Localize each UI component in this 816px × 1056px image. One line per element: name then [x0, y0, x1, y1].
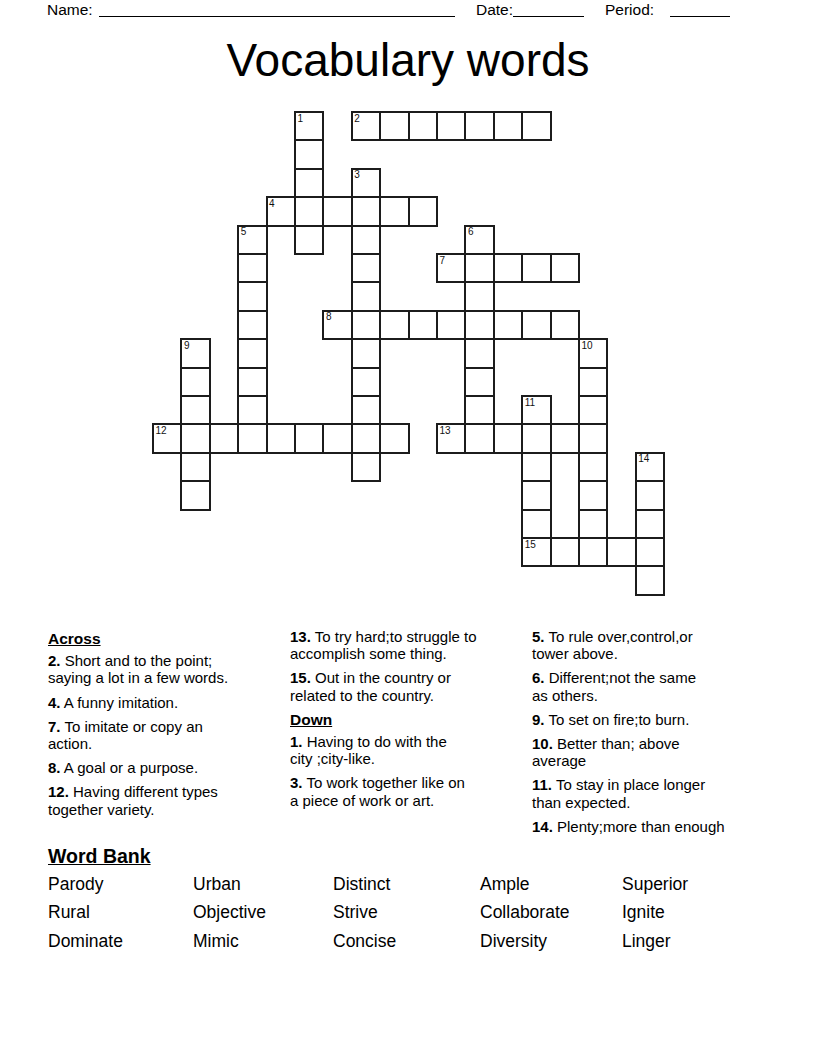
grid-cell-r0c13[interactable] — [521, 111, 551, 141]
clue-down-3: 3. To work together like on a piece of w… — [290, 774, 532, 808]
clues-column-down: 5. To rule over,control,or tower above.6… — [532, 628, 790, 842]
word-bank-distinct: Distinct — [333, 874, 480, 902]
grid-cell-r14c17[interactable] — [635, 509, 665, 539]
clue-text-6: Different;not the same as others. — [532, 669, 696, 703]
crossword-worksheet: { "game": "crossword", "header": { "name… — [0, 0, 816, 1056]
clue-label-1: 1. — [290, 733, 303, 750]
grid-cell-r11c2[interactable] — [209, 423, 239, 453]
grid-cell-r11c1[interactable] — [180, 423, 210, 453]
clue-label-14: 14. — [532, 818, 553, 835]
grid-cell-r0c9[interactable] — [408, 111, 438, 141]
clue-label-8: 8. — [48, 759, 61, 776]
grid-cell-r7c8[interactable] — [379, 310, 409, 340]
grid-cell-r12c13[interactable] — [521, 452, 551, 482]
name-field[interactable] — [99, 1, 455, 17]
grid-cell-r9c3[interactable] — [237, 367, 267, 397]
word-bank-ignite: Ignite — [622, 902, 772, 930]
clue-text-14: Plenty;more than enough — [553, 818, 725, 835]
clue-down-1: 1. Having to do with the city ;city-like… — [290, 733, 532, 767]
clue-text-8: A goal or a purpose. — [61, 759, 199, 776]
grid-cell-r5c10[interactable] — [436, 253, 466, 283]
grid-cell-r5c14[interactable] — [550, 253, 580, 283]
grid-cell-r6c3[interactable] — [237, 281, 267, 311]
grid-cell-r5c7[interactable] — [351, 253, 381, 283]
word-bank-list: ParodyUrbanDistinctAmpleSuperiorRuralObj… — [48, 874, 772, 959]
clue-text-4: A funny imitation. — [61, 694, 179, 711]
grid-cell-r4c11[interactable] — [464, 225, 494, 255]
grid-cell-r7c3[interactable] — [237, 310, 267, 340]
grid-cell-r8c3[interactable] — [237, 338, 267, 368]
grid-cell-r10c15[interactable] — [578, 395, 608, 425]
clue-down-5: 5. To rule over,control,or tower above. — [532, 628, 790, 662]
clue-text-9: To set on fire;to burn. — [545, 711, 690, 728]
grid-cell-r15c16[interactable] — [606, 537, 636, 567]
grid-cell-r12c7[interactable] — [351, 452, 381, 482]
grid-cell-r3c7[interactable] — [351, 196, 381, 226]
grid-cell-r4c5[interactable] — [294, 225, 324, 255]
grid-cell-r9c7[interactable] — [351, 367, 381, 397]
grid-cell-r5c11[interactable] — [464, 253, 494, 283]
grid-cell-r9c1[interactable] — [180, 367, 210, 397]
clue-across-15: 15. Out in the country or related to the… — [290, 669, 532, 703]
grid-cell-r9c11[interactable] — [464, 367, 494, 397]
grid-cell-r2c7[interactable] — [351, 168, 381, 198]
clue-across-12: 12. Having different types together vari… — [48, 783, 284, 817]
grid-cell-r6c7[interactable] — [351, 281, 381, 311]
grid-cell-r15c15[interactable] — [578, 537, 608, 567]
word-bank-rural: Rural — [48, 902, 193, 930]
clue-across-8: 8. A goal or a purpose. — [48, 759, 284, 776]
grid-cell-r12c1[interactable] — [180, 452, 210, 482]
period-label: Period: — [605, 1, 654, 19]
grid-cell-r11c8[interactable] — [379, 423, 409, 453]
grid-cell-r7c12[interactable] — [493, 310, 523, 340]
grid-cell-r5c13[interactable] — [521, 253, 551, 283]
clue-text-10: Better than; above average — [532, 735, 680, 769]
grid-cell-r7c6[interactable] — [322, 310, 352, 340]
grid-cell-r11c5[interactable] — [294, 423, 324, 453]
clue-text-2: Short and to the point; saying a lot in … — [48, 652, 228, 686]
grid-cell-r5c3[interactable] — [237, 253, 267, 283]
word-bank-superior: Superior — [622, 874, 772, 902]
clue-label-12: 12. — [48, 783, 69, 800]
grid-cell-r12c17[interactable] — [635, 452, 665, 482]
grid-cell-r7c11[interactable] — [464, 310, 494, 340]
grid-cell-r10c1[interactable] — [180, 395, 210, 425]
grid-cell-r4c7[interactable] — [351, 225, 381, 255]
grid-cell-r16c17[interactable] — [635, 565, 665, 595]
clue-label-11: 11. — [532, 776, 552, 793]
clue-text-12: Having different types together variety. — [48, 783, 218, 817]
clue-label-5: 5. — [532, 628, 545, 645]
date-label: Date: — [476, 1, 513, 19]
word-bank-collaborate: Collaborate — [480, 902, 622, 930]
grid-cell-r10c11[interactable] — [464, 395, 494, 425]
word-bank-linger: Linger — [622, 931, 772, 959]
grid-cell-r10c13[interactable] — [521, 395, 551, 425]
grid-cell-r11c12[interactable] — [493, 423, 523, 453]
word-bank-strive: Strive — [333, 902, 480, 930]
grid-cell-r11c0[interactable] — [152, 423, 182, 453]
grid-cell-r11c15[interactable] — [578, 423, 608, 453]
word-bank-parody: Parody — [48, 874, 193, 902]
grid-cell-r14c15[interactable] — [578, 509, 608, 539]
grid-cell-r7c14[interactable] — [550, 310, 580, 340]
clue-down-14: 14. Plenty;more than enough — [532, 818, 790, 835]
grid-cell-r0c5[interactable] — [294, 111, 324, 141]
word-bank-dominate: Dominate — [48, 931, 193, 959]
name-label: Name: — [47, 1, 93, 19]
grid-cell-r13c1[interactable] — [180, 480, 210, 510]
grid-cell-r13c13[interactable] — [521, 480, 551, 510]
grid-cell-r0c12[interactable] — [493, 111, 523, 141]
clue-down-6: 6. Different;not the same as others. — [532, 669, 790, 703]
grid-cell-r6c11[interactable] — [464, 281, 494, 311]
word-bank-ample: Ample — [480, 874, 622, 902]
grid-cell-r3c5[interactable] — [294, 196, 324, 226]
grid-cell-r15c17[interactable] — [635, 537, 665, 567]
grid-cell-r7c7[interactable] — [351, 310, 381, 340]
clue-across-2: 2. Short and to the point; saying a lot … — [48, 652, 284, 686]
grid-cell-r3c4[interactable] — [266, 196, 296, 226]
grid-cell-r14c13[interactable] — [521, 509, 551, 539]
clue-label-4: 4. — [48, 694, 61, 711]
grid-cell-r3c6[interactable] — [322, 196, 352, 226]
clue-across-7: 7. To imitate or copy an action. — [48, 718, 284, 752]
clue-down-9: 9. To set on fire;to burn. — [532, 711, 790, 728]
clue-text-7: To imitate or copy an action. — [48, 718, 203, 752]
clue-down-10: 10. Better than; above average — [532, 735, 790, 769]
clues-column-across: Across2. Short and to the point; saying … — [48, 628, 284, 825]
crossword-grid: 123456789101112131415 — [152, 111, 666, 597]
page-title: Vocabulary words — [0, 33, 816, 87]
clue-text-5: To rule over,control,or tower above. — [532, 628, 693, 662]
grid-cell-r8c7[interactable] — [351, 338, 381, 368]
grid-cell-r11c7[interactable] — [351, 423, 381, 453]
clue-label-2: 2. — [48, 652, 61, 669]
grid-cell-r11c6[interactable] — [322, 423, 352, 453]
grid-cell-r10c7[interactable] — [351, 395, 381, 425]
grid-cell-r12c15[interactable] — [578, 452, 608, 482]
grid-cell-r0c8[interactable] — [379, 111, 409, 141]
grid-cell-r11c13[interactable] — [521, 423, 551, 453]
grid-cell-r5c12[interactable] — [493, 253, 523, 283]
grid-cell-r0c7[interactable] — [351, 111, 381, 141]
grid-cell-r4c3[interactable] — [237, 225, 267, 255]
clue-text-3: To work together like on a piece of work… — [290, 774, 465, 808]
word-bank-diversity: Diversity — [480, 931, 622, 959]
clue-across-4: 4. A funny imitation. — [48, 694, 284, 711]
period-field[interactable] — [670, 1, 730, 17]
grid-cell-r13c15[interactable] — [578, 480, 608, 510]
word-bank-mimic: Mimic — [193, 931, 333, 959]
grid-cell-r11c14[interactable] — [550, 423, 580, 453]
clue-text-13: To try hard;to struggle to accomplish so… — [290, 628, 477, 662]
clue-label-15: 15. — [290, 669, 311, 686]
clue-down-11: 11. To stay in place longer than expecte… — [532, 776, 790, 810]
grid-cell-r2c5[interactable] — [294, 168, 324, 198]
grid-cell-r9c15[interactable] — [578, 367, 608, 397]
grid-cell-r8c15[interactable] — [578, 338, 608, 368]
clue-label-6: 6. — [532, 669, 545, 686]
word-bank-urban: Urban — [193, 874, 333, 902]
clue-label-9: 9. — [532, 711, 545, 728]
grid-cell-r8c11[interactable] — [464, 338, 494, 368]
clue-label-10: 10. — [532, 735, 553, 752]
across-heading: Across — [48, 630, 284, 647]
clue-label-3: 3. — [290, 774, 303, 791]
grid-cell-r7c10[interactable] — [436, 310, 466, 340]
grid-cell-r8c1[interactable] — [180, 338, 210, 368]
grid-cell-r11c11[interactable] — [464, 423, 494, 453]
grid-cell-r13c17[interactable] — [635, 480, 665, 510]
grid-cell-r0c11[interactable] — [464, 111, 494, 141]
word-bank-heading: Word Bank — [48, 845, 151, 868]
grid-cell-r7c13[interactable] — [521, 310, 551, 340]
clue-text-15: Out in the country or related to the cou… — [290, 669, 451, 703]
grid-cell-r3c8[interactable] — [379, 196, 409, 226]
grid-cell-r7c9[interactable] — [408, 310, 438, 340]
grid-cell-r15c14[interactable] — [550, 537, 580, 567]
clue-label-13: 13. — [290, 628, 311, 645]
clue-text-11: To stay in place longer than expected. — [532, 776, 705, 810]
down-heading: Down — [290, 711, 532, 728]
word-bank-objective: Objective — [193, 902, 333, 930]
grid-cell-r11c4[interactable] — [266, 423, 296, 453]
grid-cell-r3c9[interactable] — [408, 196, 438, 226]
grid-cell-r15c13[interactable] — [521, 537, 551, 567]
clue-across-13: 13. To try hard;to struggle to accomplis… — [290, 628, 532, 662]
word-bank-concise: Concise — [333, 931, 480, 959]
grid-cell-r0c10[interactable] — [436, 111, 466, 141]
grid-cell-r10c3[interactable] — [237, 395, 267, 425]
clue-text-1: Having to do with the city ;city-like. — [290, 733, 447, 767]
date-field[interactable] — [513, 1, 584, 17]
grid-cell-r11c10[interactable] — [436, 423, 466, 453]
grid-cell-r11c3[interactable] — [237, 423, 267, 453]
clues-column-middle: 13. To try hard;to struggle to accomplis… — [290, 628, 532, 816]
grid-cell-r1c5[interactable] — [294, 139, 324, 169]
clue-label-7: 7. — [48, 718, 61, 735]
